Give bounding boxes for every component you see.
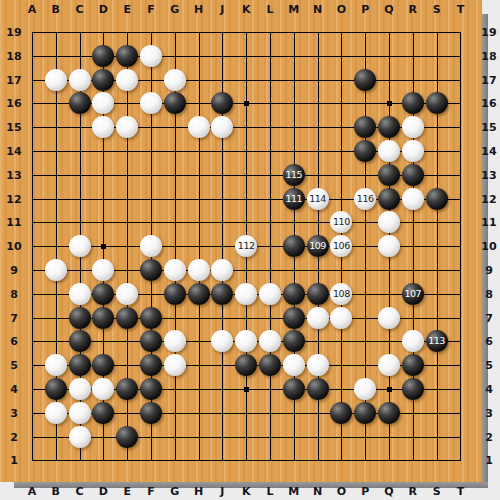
stone-black-R5[interactable] [402, 354, 424, 376]
row-label-left-1: 1 [10, 454, 18, 467]
grid-hline-2 [32, 437, 461, 438]
stone-black-M12[interactable]: 111 [283, 188, 305, 210]
col-label-top-P: P [361, 3, 369, 16]
row-label-right-13: 13 [481, 168, 496, 181]
stone-black-G8[interactable] [164, 283, 186, 305]
stone-black-S12[interactable] [426, 188, 448, 210]
row-label-right-9: 9 [485, 264, 493, 277]
row-label-right-5: 5 [485, 359, 493, 372]
stone-black-C16[interactable] [69, 92, 91, 114]
row-label-left-19: 19 [6, 26, 21, 39]
col-label-top-L: L [266, 3, 273, 16]
stone-white-C10[interactable] [69, 235, 91, 257]
stone-white-P12[interactable]: 116 [354, 188, 376, 210]
col-label-top-E: E [123, 3, 131, 16]
col-label-bottom-R: R [409, 485, 417, 498]
star-point-K16 [244, 101, 249, 106]
row-label-left-6: 6 [10, 335, 18, 348]
col-label-top-T: T [457, 3, 465, 16]
stone-white-C3[interactable] [69, 402, 91, 424]
grid-vline-L [270, 32, 271, 461]
row-label-left-8: 8 [10, 287, 18, 300]
col-label-top-K: K [242, 3, 251, 16]
col-label-bottom-Q: Q [384, 485, 393, 498]
stone-black-B4[interactable] [45, 378, 67, 400]
col-label-top-N: N [313, 3, 322, 16]
stone-black-M4[interactable] [283, 378, 305, 400]
row-label-left-3: 3 [10, 406, 18, 419]
col-label-bottom-P: P [361, 485, 369, 498]
col-label-bottom-T: T [457, 485, 465, 498]
stone-white-B9[interactable] [45, 259, 67, 281]
stone-black-P3[interactable] [354, 402, 376, 424]
row-label-right-8: 8 [485, 287, 493, 300]
row-label-right-6: 6 [485, 335, 493, 348]
stone-white-C4[interactable] [69, 378, 91, 400]
row-label-right-18: 18 [481, 49, 496, 62]
stone-white-C2[interactable] [69, 426, 91, 448]
stone-white-Q14[interactable] [378, 140, 400, 162]
col-label-top-B: B [52, 3, 60, 16]
stone-black-D7[interactable] [92, 307, 114, 329]
stone-black-F7[interactable] [140, 307, 162, 329]
stone-white-R14[interactable] [402, 140, 424, 162]
star-point-Q4 [387, 387, 392, 392]
stone-white-G9[interactable] [164, 259, 186, 281]
col-label-bottom-J: J [220, 485, 224, 498]
col-label-top-Q: Q [384, 3, 393, 16]
stone-black-S16[interactable] [426, 92, 448, 114]
row-label-right-7: 7 [485, 311, 493, 324]
col-label-top-O: O [337, 3, 346, 16]
stone-black-M8[interactable] [283, 283, 305, 305]
row-label-right-2: 2 [485, 430, 493, 443]
row-label-left-12: 12 [6, 192, 21, 205]
row-label-right-11: 11 [481, 216, 496, 229]
stone-white-H9[interactable] [188, 259, 210, 281]
stone-black-S6[interactable]: 113 [426, 330, 448, 352]
row-label-left-15: 15 [6, 121, 21, 134]
row-label-left-18: 18 [6, 49, 21, 62]
stone-black-H8[interactable] [188, 283, 210, 305]
row-label-right-14: 14 [481, 145, 496, 158]
col-label-top-C: C [76, 3, 84, 16]
row-label-left-5: 5 [10, 359, 18, 372]
col-label-top-M: M [288, 3, 299, 16]
grid-vline-T [460, 32, 461, 461]
col-label-bottom-H: H [194, 485, 203, 498]
grid-hline-1 [32, 460, 461, 461]
stone-black-C7[interactable] [69, 307, 91, 329]
stone-black-E2[interactable] [116, 426, 138, 448]
stone-white-F18[interactable] [140, 45, 162, 67]
stone-black-N4[interactable] [307, 378, 329, 400]
stone-black-M10[interactable] [283, 235, 305, 257]
row-label-right-15: 15 [481, 121, 496, 134]
col-label-bottom-K: K [242, 485, 251, 498]
stone-white-H15[interactable] [188, 116, 210, 138]
col-label-bottom-B: B [52, 485, 60, 498]
stone-black-Q12[interactable] [378, 188, 400, 210]
row-label-right-1: 1 [485, 454, 493, 467]
stone-black-N8[interactable] [307, 283, 329, 305]
stone-white-B3[interactable] [45, 402, 67, 424]
stone-white-N7[interactable] [307, 307, 329, 329]
row-label-left-2: 2 [10, 430, 18, 443]
row-label-left-16: 16 [6, 97, 21, 110]
col-label-bottom-E: E [123, 485, 131, 498]
col-label-bottom-N: N [313, 485, 322, 498]
stone-white-L8[interactable] [259, 283, 281, 305]
row-label-left-14: 14 [6, 145, 21, 158]
star-point-D10 [101, 244, 106, 249]
stone-black-C6[interactable] [69, 330, 91, 352]
row-label-right-19: 19 [481, 26, 496, 39]
col-label-top-S: S [433, 3, 441, 16]
stone-black-E7[interactable] [116, 307, 138, 329]
stone-black-M13[interactable]: 115 [283, 164, 305, 186]
col-label-top-F: F [147, 3, 155, 16]
stone-white-C8[interactable] [69, 283, 91, 305]
stone-white-M5[interactable] [283, 354, 305, 376]
col-label-bottom-O: O [337, 485, 346, 498]
stone-white-B17[interactable] [45, 69, 67, 91]
stone-black-C5[interactable] [69, 354, 91, 376]
col-label-top-G: G [170, 3, 179, 16]
row-label-left-11: 11 [6, 216, 21, 229]
row-label-left-4: 4 [10, 383, 18, 396]
col-label-bottom-A: A [28, 485, 37, 498]
stone-black-R8[interactable]: 107 [402, 283, 424, 305]
stone-white-E17[interactable] [116, 69, 138, 91]
col-label-top-H: H [194, 3, 203, 16]
col-label-top-A: A [28, 3, 37, 16]
row-label-right-3: 3 [485, 406, 493, 419]
col-label-top-J: J [220, 3, 224, 16]
stone-black-F4[interactable] [140, 378, 162, 400]
col-label-bottom-S: S [433, 485, 441, 498]
stone-black-P17[interactable] [354, 69, 376, 91]
stone-white-B5[interactable] [45, 354, 67, 376]
row-label-right-10: 10 [481, 240, 496, 253]
stone-black-M7[interactable] [283, 307, 305, 329]
stone-black-R13[interactable] [402, 164, 424, 186]
stone-black-N10[interactable]: 109 [307, 235, 329, 257]
star-point-K4 [244, 387, 249, 392]
row-label-right-4: 4 [485, 383, 493, 396]
stone-black-E18[interactable] [116, 45, 138, 67]
col-label-bottom-M: M [288, 485, 299, 498]
row-label-right-16: 16 [481, 97, 496, 110]
stone-white-C17[interactable] [69, 69, 91, 91]
stone-black-R4[interactable] [402, 378, 424, 400]
stone-white-Q7[interactable] [378, 307, 400, 329]
col-label-bottom-D: D [99, 485, 108, 498]
col-label-top-D: D [99, 3, 108, 16]
stone-black-F3[interactable] [140, 402, 162, 424]
stone-black-F9[interactable] [140, 259, 162, 281]
row-label-left-10: 10 [6, 240, 21, 253]
row-label-left-17: 17 [6, 73, 21, 86]
col-label-bottom-G: G [170, 485, 179, 498]
col-label-bottom-F: F [147, 485, 155, 498]
stone-white-G5[interactable] [164, 354, 186, 376]
stone-white-R15[interactable] [402, 116, 424, 138]
row-label-left-7: 7 [10, 311, 18, 324]
col-label-top-R: R [409, 3, 417, 16]
row-label-left-13: 13 [6, 168, 21, 181]
col-label-bottom-C: C [76, 485, 84, 498]
stone-white-G17[interactable] [164, 69, 186, 91]
stone-white-N12[interactable]: 114 [307, 188, 329, 210]
stone-black-Q13[interactable] [378, 164, 400, 186]
star-point-Q16 [387, 101, 392, 106]
col-label-bottom-L: L [266, 485, 273, 498]
stone-white-R12[interactable] [402, 188, 424, 210]
stone-white-E8[interactable] [116, 283, 138, 305]
row-label-right-12: 12 [481, 192, 496, 205]
row-label-left-9: 9 [10, 264, 18, 277]
stone-white-K8[interactable] [235, 283, 257, 305]
go-board: AABBCCDDEEFFGGHHJJKKLLMMNNOOPPQQRRSSTT19… [0, 0, 500, 500]
stone-black-Q3[interactable] [378, 402, 400, 424]
stone-white-N5[interactable] [307, 354, 329, 376]
stone-white-O7[interactable] [330, 307, 352, 329]
row-label-right-17: 17 [481, 73, 496, 86]
stone-black-D17[interactable] [92, 69, 114, 91]
